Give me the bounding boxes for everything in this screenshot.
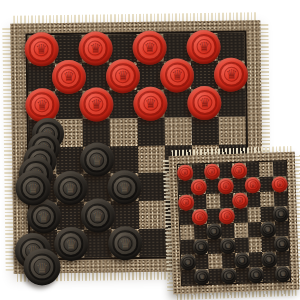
crown-emboss-icon: ♛ xyxy=(279,241,285,247)
board-square xyxy=(180,224,194,239)
crown-emboss-icon: ♛ xyxy=(185,259,191,265)
crown-emboss-icon: ♛ xyxy=(237,197,243,203)
board-square xyxy=(260,192,274,207)
crown-emboss-icon: ♛ xyxy=(226,273,232,279)
crown-emboss-icon: ♛ xyxy=(250,182,256,188)
crown-emboss-icon: ♛ xyxy=(197,214,203,220)
crown-emboss-icon: ♛ xyxy=(198,244,204,250)
board-square xyxy=(235,238,249,253)
board-square xyxy=(192,194,206,209)
board-square xyxy=(273,191,287,206)
board-square xyxy=(246,192,260,207)
product-photo-scene: ♛♛♛♛♛♛♛♛♛♛♛♛♛♛♛♛♛♛♛ ♛♛♛♛♛♛♛ ♛♛♛♛♛♛♛♛♛♛♛♛… xyxy=(0,0,300,300)
crown-emboss-icon: ♛ xyxy=(199,274,205,280)
board-square xyxy=(259,162,273,177)
board-square xyxy=(234,223,248,238)
crown-emboss-icon: ♛ xyxy=(182,169,188,175)
crown-emboss-icon: ♛ xyxy=(236,167,242,173)
crown-emboss-icon: ♛ xyxy=(225,243,231,249)
crown-emboss-icon: ♛ xyxy=(36,260,49,274)
board-square xyxy=(276,251,290,266)
board-square xyxy=(195,254,209,269)
crown-emboss-icon: ♛ xyxy=(209,168,215,174)
crown-emboss-icon: ♛ xyxy=(27,182,39,195)
small-checkers-board: ♛♛♛♛♛♛♛♛♛♛♛♛♛♛♛♛♛♛♛♛♛♛♛♛ xyxy=(178,161,290,285)
board-square xyxy=(274,221,288,236)
board-square xyxy=(221,223,235,238)
board-square xyxy=(233,208,247,223)
crown-emboss-icon: ♛ xyxy=(253,272,259,278)
crown-emboss-icon: ♛ xyxy=(265,226,271,232)
board-square xyxy=(248,237,262,252)
crown-emboss-icon: ♛ xyxy=(280,271,286,277)
board-square xyxy=(245,162,259,177)
crown-emboss-icon: ♛ xyxy=(278,211,284,217)
crown-emboss-icon: ♛ xyxy=(196,184,202,190)
crown-emboss-icon: ♛ xyxy=(211,228,217,234)
crown-emboss-icon: ♛ xyxy=(266,256,272,262)
black-checker[interactable]: ♛ xyxy=(24,249,61,286)
board-square xyxy=(272,161,286,176)
board-square xyxy=(247,207,261,222)
crown-emboss-icon: ♛ xyxy=(277,181,283,187)
small-board-frame: ♛♛♛♛♛♛♛♛♛♛♛♛♛♛♛♛♛♛♛♛♛♛♛♛ xyxy=(177,160,291,286)
crown-emboss-icon: ♛ xyxy=(239,257,245,263)
crown-emboss-icon: ♛ xyxy=(183,199,189,205)
crown-emboss-icon: ♛ xyxy=(223,183,229,189)
board-square xyxy=(208,253,222,268)
crown-emboss-icon: ♛ xyxy=(224,213,230,219)
small-checkers-rug: ♛♛♛♛♛♛♛♛♛♛♛♛♛♛♛♛♛♛♛♛♛♛♛♛ xyxy=(169,152,300,294)
board-square xyxy=(206,193,220,208)
black-checker[interactable]: ♛ xyxy=(16,171,51,206)
